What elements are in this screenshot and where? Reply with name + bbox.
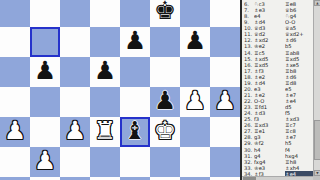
square-b4[interactable]: [30, 117, 60, 147]
square-h7[interactable]: [210, 27, 240, 57]
square-g2[interactable]: [180, 177, 210, 180]
square-d7[interactable]: [90, 27, 120, 57]
piece-black-king[interactable]: ♚: [154, 0, 176, 26]
piece-white-pawn[interactable]: ♟: [184, 86, 206, 116]
square-e4[interactable]: ♝: [120, 117, 150, 147]
square-e5[interactable]: [120, 87, 150, 117]
square-b3[interactable]: ♟: [30, 147, 60, 177]
piece-white-pawn[interactable]: ♟: [4, 116, 26, 146]
piece-white-pawn[interactable]: ♟: [214, 86, 236, 116]
app-frame: ♚♟♟♟♟♟♟♟♟♟♜♝♚♟ 6.♘c3♖e87.♗e3♕b68.e4♘g49.…: [0, 0, 320, 180]
square-a6[interactable]: [0, 57, 30, 87]
square-g8[interactable]: [180, 0, 210, 27]
square-d5[interactable]: [90, 87, 120, 117]
square-a7[interactable]: [0, 27, 30, 57]
square-c6[interactable]: [60, 57, 90, 87]
square-c3[interactable]: [60, 147, 90, 177]
piece-white-pawn[interactable]: ♟: [34, 146, 56, 176]
piece-white-king[interactable]: ♚: [154, 116, 176, 146]
square-c2[interactable]: [60, 177, 90, 180]
square-h4[interactable]: [210, 117, 240, 147]
square-a8[interactable]: [0, 0, 30, 27]
vertical-scrollbar-thumb[interactable]: [314, 120, 320, 160]
square-h2[interactable]: [210, 177, 240, 180]
scroll-up-icon[interactable]: ▲: [314, 0, 320, 6]
square-g6[interactable]: [180, 57, 210, 87]
piece-black-pawn[interactable]: ♟: [124, 26, 146, 56]
piece-black-pawn[interactable]: ♟: [94, 56, 116, 86]
square-c8[interactable]: [60, 0, 90, 27]
square-b6[interactable]: ♟: [30, 57, 60, 87]
square-c7[interactable]: [60, 27, 90, 57]
square-d6[interactable]: ♟: [90, 57, 120, 87]
square-h5[interactable]: ♟: [210, 87, 240, 117]
piece-white-rook[interactable]: ♜: [94, 116, 116, 146]
square-e3[interactable]: [120, 147, 150, 177]
square-f8[interactable]: ♚: [150, 0, 180, 27]
square-b7[interactable]: [30, 27, 60, 57]
square-b5[interactable]: [30, 87, 60, 117]
piece-black-bishop[interactable]: ♝: [124, 116, 146, 146]
square-f4[interactable]: ♚: [150, 117, 180, 147]
square-a5[interactable]: [0, 87, 30, 117]
horizontal-scrollbar-thumb[interactable]: [243, 177, 256, 180]
square-a3[interactable]: [0, 147, 30, 177]
square-f3[interactable]: [150, 147, 180, 177]
square-g5[interactable]: ♟: [180, 87, 210, 117]
square-c5[interactable]: [60, 87, 90, 117]
move-list: 6.♘c3♖e87.♗e3♕b68.e4♘g49.♗d4O-O10.♕d3♕a5…: [242, 0, 313, 176]
square-a4[interactable]: ♟: [0, 117, 30, 147]
square-g4[interactable]: [180, 117, 210, 147]
vertical-scrollbar[interactable]: ▲ ▼: [313, 0, 320, 176]
piece-black-pawn[interactable]: ♟: [34, 56, 56, 86]
piece-black-pawn[interactable]: ♟: [154, 86, 176, 116]
square-f7[interactable]: [150, 27, 180, 57]
square-f5[interactable]: ♟: [150, 87, 180, 117]
piece-white-pawn[interactable]: ♟: [64, 116, 86, 146]
square-f6[interactable]: [150, 57, 180, 87]
square-e8[interactable]: [120, 0, 150, 27]
move-list-panel: 6.♘c3♖e87.♗e3♕b68.e4♘g49.♗d4O-O10.♕d3♕a5…: [242, 0, 320, 180]
square-h6[interactable]: [210, 57, 240, 87]
square-h8[interactable]: [210, 0, 240, 27]
square-g3[interactable]: [180, 147, 210, 177]
square-d2[interactable]: [90, 177, 120, 180]
square-d3[interactable]: [90, 147, 120, 177]
square-d8[interactable]: [90, 0, 120, 27]
piece-black-pawn[interactable]: ♟: [184, 26, 206, 56]
square-b2[interactable]: [30, 177, 60, 180]
square-f2[interactable]: [150, 177, 180, 180]
square-g7[interactable]: ♟: [180, 27, 210, 57]
square-d4[interactable]: ♜: [90, 117, 120, 147]
square-c4[interactable]: ♟: [60, 117, 90, 147]
chess-board: ♚♟♟♟♟♟♟♟♟♟♜♝♚♟: [0, 0, 240, 180]
horizontal-scrollbar[interactable]: [242, 176, 313, 180]
square-e6[interactable]: [120, 57, 150, 87]
square-e2[interactable]: [120, 177, 150, 180]
square-b8[interactable]: [30, 0, 60, 27]
scrollbar-corner: [313, 176, 320, 180]
square-a2[interactable]: [0, 177, 30, 180]
square-h3[interactable]: [210, 147, 240, 177]
square-e7[interactable]: ♟: [120, 27, 150, 57]
